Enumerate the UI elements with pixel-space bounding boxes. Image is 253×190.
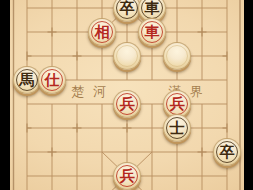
piece-chariot-f2[interactable]: 車 bbox=[138, 18, 166, 46]
piece-character: 兵 bbox=[114, 91, 140, 117]
piece-face-down-g3[interactable] bbox=[163, 42, 191, 70]
piece-face-down-e3[interactable] bbox=[113, 42, 141, 70]
piece-soldier-i7[interactable]: 卒 bbox=[213, 138, 241, 166]
piece-character: 卒 bbox=[214, 139, 240, 165]
piece-character: 仕 bbox=[39, 67, 65, 93]
game-screen: 楚河 漢界 卒車相車馬仕兵兵士卒兵 bbox=[0, 0, 253, 190]
piece-character: 車 bbox=[139, 19, 165, 45]
piece-soldier-e8[interactable]: 兵 bbox=[113, 162, 141, 190]
piece-character: 卒 bbox=[114, 0, 140, 21]
letterbox-right bbox=[244, 0, 253, 190]
piece-character: 馬 bbox=[14, 67, 40, 93]
piece-soldier-e1[interactable]: 卒 bbox=[113, 0, 141, 22]
piece-advisor-g6[interactable]: 士 bbox=[163, 114, 191, 142]
piece-character: 士 bbox=[164, 115, 190, 141]
piece-elephant-d2[interactable]: 相 bbox=[88, 18, 116, 46]
letterbox-left bbox=[0, 0, 10, 190]
pieces-layer: 卒車相車馬仕兵兵士卒兵 bbox=[15, 0, 240, 188]
piece-horse-a4[interactable]: 馬 bbox=[13, 66, 41, 94]
piece-character: 兵 bbox=[114, 163, 140, 189]
piece-soldier-e5[interactable]: 兵 bbox=[113, 90, 141, 118]
piece-advisor-b4[interactable]: 仕 bbox=[38, 66, 66, 94]
piece-character: 相 bbox=[89, 19, 115, 45]
